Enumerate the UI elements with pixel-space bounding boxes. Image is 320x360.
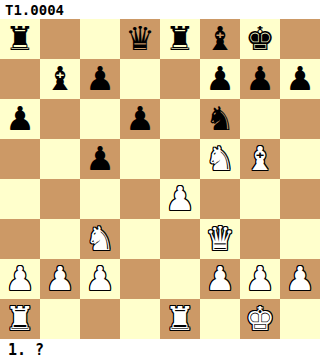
square-f3[interactable]: ♛ (200, 219, 240, 259)
square-g3[interactable] (240, 219, 280, 259)
piece-white-knight-icon: ♞ (85, 219, 115, 259)
square-e7[interactable] (160, 59, 200, 99)
square-g2[interactable]: ♟ (240, 259, 280, 299)
piece-white-rook-icon: ♜ (165, 299, 195, 339)
piece-black-pawn-icon: ♟ (85, 59, 115, 99)
square-f1[interactable] (200, 299, 240, 339)
piece-white-bishop-icon: ♝ (245, 139, 275, 179)
piece-black-bishop-icon: ♝ (45, 59, 75, 99)
piece-white-knight-icon: ♞ (205, 139, 235, 179)
square-g1[interactable]: ♚ (240, 299, 280, 339)
piece-white-queen-icon: ♛ (205, 219, 235, 259)
piece-black-rook-icon: ♜ (165, 19, 195, 59)
square-f2[interactable]: ♟ (200, 259, 240, 299)
piece-black-king-icon: ♚ (245, 19, 275, 59)
square-h2[interactable]: ♟ (280, 259, 320, 299)
square-h8[interactable] (280, 19, 320, 59)
square-h6[interactable] (280, 99, 320, 139)
square-d4[interactable] (120, 179, 160, 219)
square-a4[interactable] (0, 179, 40, 219)
piece-black-rook-icon: ♜ (5, 19, 35, 59)
square-f7[interactable]: ♟ (200, 59, 240, 99)
piece-black-pawn-icon: ♟ (125, 99, 155, 139)
piece-white-pawn-icon: ♟ (45, 259, 75, 299)
square-d7[interactable] (120, 59, 160, 99)
square-f8[interactable]: ♝ (200, 19, 240, 59)
piece-black-pawn-icon: ♟ (205, 59, 235, 99)
square-e3[interactable] (160, 219, 200, 259)
piece-white-rook-icon: ♜ (5, 299, 35, 339)
piece-white-pawn-icon: ♟ (205, 259, 235, 299)
square-h1[interactable] (280, 299, 320, 339)
square-g8[interactable]: ♚ (240, 19, 280, 59)
square-a5[interactable] (0, 139, 40, 179)
square-b2[interactable]: ♟ (40, 259, 80, 299)
square-e1[interactable]: ♜ (160, 299, 200, 339)
square-f6[interactable]: ♞ (200, 99, 240, 139)
square-c1[interactable] (80, 299, 120, 339)
square-f4[interactable] (200, 179, 240, 219)
square-d5[interactable] (120, 139, 160, 179)
piece-white-pawn-icon: ♟ (5, 259, 35, 299)
piece-black-pawn-icon: ♟ (245, 59, 275, 99)
square-h5[interactable] (280, 139, 320, 179)
square-d3[interactable] (120, 219, 160, 259)
square-d8[interactable]: ♛ (120, 19, 160, 59)
square-b4[interactable] (40, 179, 80, 219)
square-b3[interactable] (40, 219, 80, 259)
piece-black-knight-icon: ♞ (205, 99, 235, 139)
square-d1[interactable] (120, 299, 160, 339)
piece-white-pawn-icon: ♟ (285, 259, 315, 299)
square-e5[interactable] (160, 139, 200, 179)
square-h7[interactable]: ♟ (280, 59, 320, 99)
square-e2[interactable] (160, 259, 200, 299)
piece-white-king-icon: ♚ (245, 299, 275, 339)
square-h3[interactable] (280, 219, 320, 259)
square-g5[interactable]: ♝ (240, 139, 280, 179)
square-c7[interactable]: ♟ (80, 59, 120, 99)
square-h4[interactable] (280, 179, 320, 219)
piece-black-pawn-icon: ♟ (5, 99, 35, 139)
piece-white-pawn-icon: ♟ (245, 259, 275, 299)
square-c6[interactable] (80, 99, 120, 139)
square-c4[interactable] (80, 179, 120, 219)
square-d6[interactable]: ♟ (120, 99, 160, 139)
square-a8[interactable]: ♜ (0, 19, 40, 59)
square-b1[interactable] (40, 299, 80, 339)
square-a2[interactable]: ♟ (0, 259, 40, 299)
square-g7[interactable]: ♟ (240, 59, 280, 99)
piece-white-pawn-icon: ♟ (85, 259, 115, 299)
square-c3[interactable]: ♞ (80, 219, 120, 259)
square-b5[interactable] (40, 139, 80, 179)
square-b8[interactable] (40, 19, 80, 59)
chess-board: ♜♛♜♝♚♝♟♟♟♟♟♟♞♟♞♝♟♞♛♟♟♟♟♟♟♜♜♚ (0, 19, 320, 339)
square-a1[interactable]: ♜ (0, 299, 40, 339)
piece-black-pawn-icon: ♟ (85, 139, 115, 179)
square-b7[interactable]: ♝ (40, 59, 80, 99)
square-c2[interactable]: ♟ (80, 259, 120, 299)
square-g4[interactable] (240, 179, 280, 219)
puzzle-id: T1.0004 (0, 0, 320, 19)
square-c5[interactable]: ♟ (80, 139, 120, 179)
piece-black-queen-icon: ♛ (125, 19, 155, 59)
square-g6[interactable] (240, 99, 280, 139)
piece-black-bishop-icon: ♝ (205, 19, 235, 59)
square-c8[interactable] (80, 19, 120, 59)
square-e8[interactable]: ♜ (160, 19, 200, 59)
move-prompt: 1. ? (0, 339, 320, 360)
square-f5[interactable]: ♞ (200, 139, 240, 179)
chess-app-window: T1.0004 ♜♛♜♝♚♝♟♟♟♟♟♟♞♟♞♝♟♞♛♟♟♟♟♟♟♜♜♚ 1. … (0, 0, 320, 360)
square-e6[interactable] (160, 99, 200, 139)
square-a7[interactable] (0, 59, 40, 99)
square-b6[interactable] (40, 99, 80, 139)
piece-black-pawn-icon: ♟ (285, 59, 315, 99)
square-a6[interactable]: ♟ (0, 99, 40, 139)
square-d2[interactable] (120, 259, 160, 299)
square-a3[interactable] (0, 219, 40, 259)
piece-white-pawn-icon: ♟ (165, 179, 195, 219)
square-e4[interactable]: ♟ (160, 179, 200, 219)
